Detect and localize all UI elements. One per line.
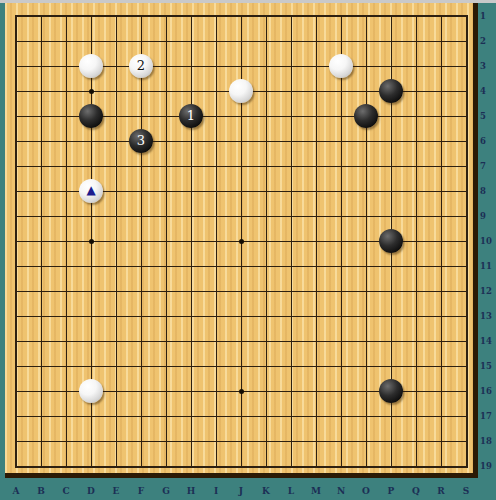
col-label-B: B [34,485,48,497]
col-label-S: S [459,485,473,497]
col-label-J: J [234,485,248,497]
col-label-Q: Q [409,485,423,497]
col-label-M: M [309,485,323,497]
row-label-14: 14 [480,336,495,347]
row-label-5: 5 [480,111,495,122]
stone-black-F6[interactable]: 3 [129,129,153,153]
row-label-18: 18 [480,436,495,447]
stone-white-D8[interactable]: ▲ [79,179,103,203]
row-label-6: 6 [480,136,495,147]
stone-white-D16[interactable] [79,379,103,403]
row-label-3: 3 [480,61,495,72]
row-label-2: 2 [480,36,495,47]
stone-black-P16[interactable] [379,379,403,403]
stone-black-D5[interactable] [79,104,103,128]
stone-black-P10[interactable] [379,229,403,253]
row-label-1: 1 [480,11,495,22]
star-point [239,389,244,394]
star-point [89,239,94,244]
star-point [89,89,94,94]
col-label-C: C [59,485,73,497]
col-label-N: N [334,485,348,497]
col-label-L: L [284,485,298,497]
stone-white-J4[interactable] [229,79,253,103]
col-label-E: E [109,485,123,497]
row-label-19: 19 [480,461,495,472]
row-label-8: 8 [480,186,495,197]
board-grid[interactable]: 2▲13 [15,15,468,468]
row-label-16: 16 [480,386,495,397]
move-number-1: 1 [179,104,203,128]
stone-white-D3[interactable] [79,54,103,78]
move-number-2: 2 [129,54,153,78]
row-label-11: 11 [480,261,495,272]
col-label-G: G [159,485,173,497]
col-label-I: I [209,485,223,497]
row-label-17: 17 [480,411,495,422]
stone-white-F3[interactable]: 2 [129,54,153,78]
col-label-R: R [434,485,448,497]
row-label-13: 13 [480,311,495,322]
row-label-7: 7 [480,161,495,172]
col-label-A: A [9,485,23,497]
col-label-F: F [134,485,148,497]
star-point [239,239,244,244]
col-label-H: H [184,485,198,497]
stone-black-O5[interactable] [354,104,378,128]
stone-black-P4[interactable] [379,79,403,103]
row-label-15: 15 [480,361,495,372]
col-label-K: K [259,485,273,497]
stone-black-H5[interactable]: 1 [179,104,203,128]
col-label-O: O [359,485,373,497]
row-label-10: 10 [480,236,495,247]
stone-white-N3[interactable] [329,54,353,78]
col-label-P: P [384,485,398,497]
go-board[interactable]: 2▲13 [5,3,478,478]
triangle-marker-icon: ▲ [79,179,103,202]
row-label-9: 9 [480,211,495,222]
move-number-3: 3 [129,129,153,153]
col-label-D: D [84,485,98,497]
row-label-12: 12 [480,286,495,297]
row-label-4: 4 [480,86,495,97]
